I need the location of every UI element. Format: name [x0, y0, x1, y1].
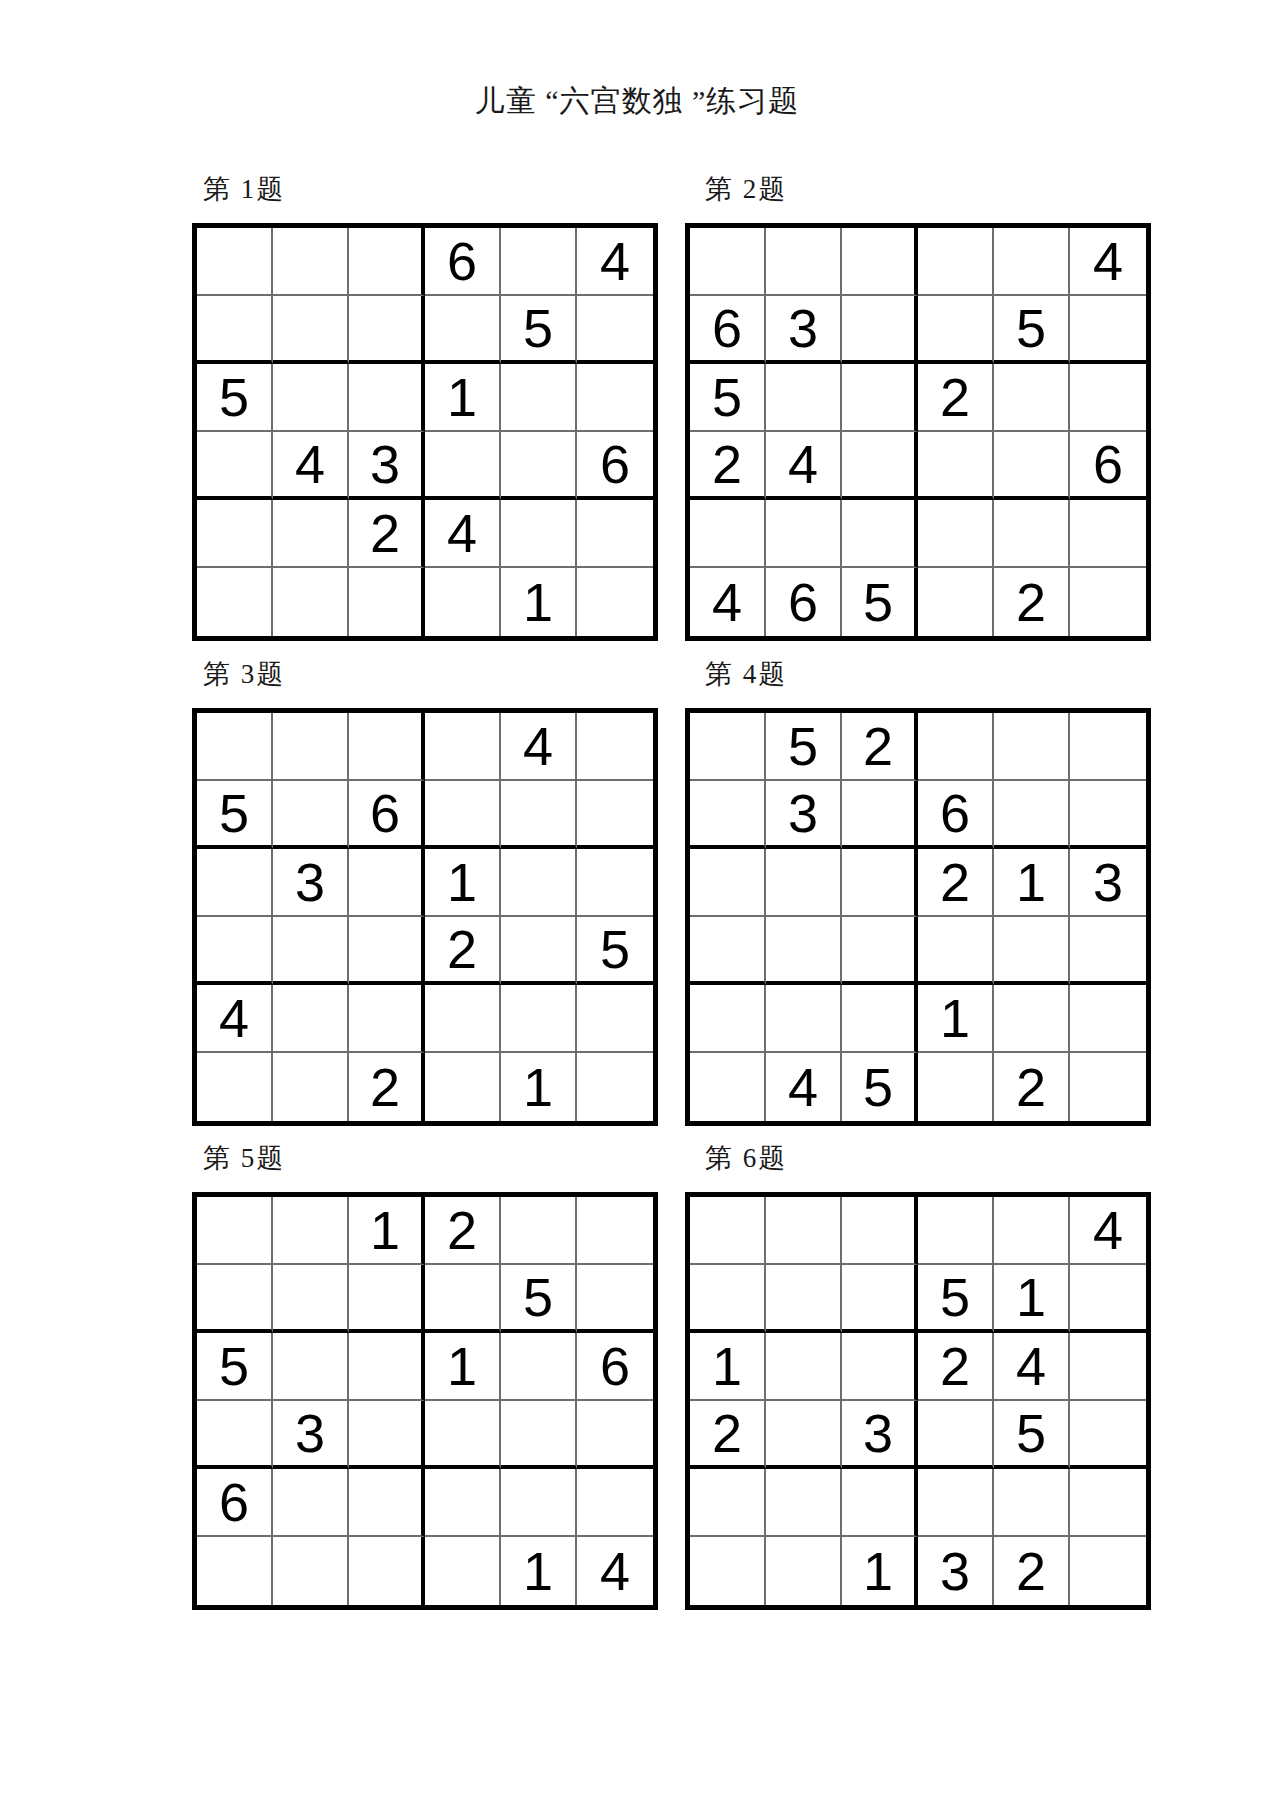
- sudoku-given-cell: 2: [994, 568, 1070, 636]
- sudoku-empty-cell[interactable]: [690, 1265, 766, 1333]
- sudoku-empty-cell[interactable]: [690, 985, 766, 1053]
- sudoku-empty-cell[interactable]: [501, 1333, 577, 1401]
- sudoku-given-cell: 5: [766, 713, 842, 781]
- sudoku-given-cell: 6: [766, 568, 842, 636]
- sudoku-empty-cell[interactable]: [842, 849, 918, 917]
- worksheet-page: 儿童 “六宫数独 ”练习题 第 1题 64551436241 第 2题 4635…: [0, 0, 1274, 1804]
- sudoku-empty-cell[interactable]: [501, 364, 577, 432]
- sudoku-given-cell: 1: [425, 849, 501, 917]
- sudoku-empty-cell[interactable]: [577, 568, 653, 636]
- sudoku-empty-cell[interactable]: [577, 1053, 653, 1121]
- sudoku-given-cell: 2: [994, 1053, 1070, 1121]
- sudoku-given-cell: 6: [425, 228, 501, 296]
- sudoku-empty-cell[interactable]: [994, 228, 1070, 296]
- puzzle-2-label: 第 2题: [685, 172, 1151, 223]
- sudoku-empty-cell[interactable]: [349, 568, 425, 636]
- sudoku-empty-cell[interactable]: [197, 1401, 273, 1469]
- sudoku-empty-cell[interactable]: [842, 1333, 918, 1401]
- sudoku-given-cell: 2: [842, 713, 918, 781]
- sudoku-empty-cell[interactable]: [577, 1401, 653, 1469]
- sudoku-given-cell: 1: [994, 849, 1070, 917]
- sudoku-given-cell: 1: [842, 1537, 918, 1605]
- puzzle-4-grid: 52362131452: [685, 708, 1151, 1126]
- sudoku-empty-cell[interactable]: [501, 500, 577, 568]
- sudoku-empty-cell[interactable]: [766, 1469, 842, 1537]
- sudoku-given-cell: 4: [501, 713, 577, 781]
- sudoku-empty-cell[interactable]: [842, 781, 918, 849]
- sudoku-empty-cell[interactable]: [1070, 917, 1146, 985]
- sudoku-empty-cell[interactable]: [1070, 1401, 1146, 1469]
- sudoku-given-cell: 2: [349, 500, 425, 568]
- sudoku-empty-cell[interactable]: [842, 364, 918, 432]
- sudoku-empty-cell[interactable]: [349, 1265, 425, 1333]
- sudoku-empty-cell[interactable]: [349, 1469, 425, 1537]
- sudoku-given-cell: 2: [690, 1401, 766, 1469]
- sudoku-given-cell: 2: [690, 432, 766, 500]
- sudoku-empty-cell[interactable]: [425, 1401, 501, 1469]
- sudoku-given-cell: 4: [577, 1537, 653, 1605]
- sudoku-empty-cell[interactable]: [425, 1469, 501, 1537]
- sudoku-empty-cell[interactable]: [349, 296, 425, 364]
- sudoku-given-cell: 6: [197, 1469, 273, 1537]
- sudoku-empty-cell[interactable]: [577, 296, 653, 364]
- sudoku-empty-cell[interactable]: [425, 985, 501, 1053]
- sudoku-empty-cell[interactable]: [690, 781, 766, 849]
- sudoku-empty-cell[interactable]: [918, 917, 994, 985]
- sudoku-empty-cell[interactable]: [918, 228, 994, 296]
- sudoku-empty-cell[interactable]: [994, 917, 1070, 985]
- sudoku-empty-cell[interactable]: [501, 1401, 577, 1469]
- sudoku-empty-cell[interactable]: [918, 1401, 994, 1469]
- sudoku-given-cell: 4: [1070, 1197, 1146, 1265]
- sudoku-empty-cell[interactable]: [273, 1333, 349, 1401]
- sudoku-empty-cell[interactable]: [577, 985, 653, 1053]
- sudoku-given-cell: 1: [994, 1265, 1070, 1333]
- sudoku-given-cell: 5: [994, 296, 1070, 364]
- sudoku-empty-cell[interactable]: [994, 713, 1070, 781]
- sudoku-empty-cell[interactable]: [918, 713, 994, 781]
- sudoku-empty-cell[interactable]: [197, 1053, 273, 1121]
- sudoku-empty-cell[interactable]: [197, 432, 273, 500]
- sudoku-empty-cell[interactable]: [501, 917, 577, 985]
- sudoku-empty-cell[interactable]: [273, 296, 349, 364]
- sudoku-empty-cell[interactable]: [197, 1197, 273, 1265]
- sudoku-empty-cell[interactable]: [425, 296, 501, 364]
- sudoku-given-cell: 2: [918, 364, 994, 432]
- sudoku-empty-cell[interactable]: [425, 781, 501, 849]
- puzzle-1: 第 1题 64551436241: [192, 172, 658, 641]
- sudoku-empty-cell[interactable]: [577, 500, 653, 568]
- sudoku-given-cell: 5: [501, 1265, 577, 1333]
- puzzle-5: 第 5题 1255163614: [192, 1141, 658, 1610]
- sudoku-given-cell: 4: [1070, 228, 1146, 296]
- sudoku-empty-cell[interactable]: [273, 568, 349, 636]
- sudoku-empty-cell[interactable]: [197, 296, 273, 364]
- sudoku-empty-cell[interactable]: [918, 568, 994, 636]
- sudoku-given-cell: 5: [197, 364, 273, 432]
- sudoku-empty-cell[interactable]: [842, 1469, 918, 1537]
- sudoku-given-cell: 5: [842, 1053, 918, 1121]
- sudoku-empty-cell[interactable]: [577, 849, 653, 917]
- sudoku-given-cell: 5: [842, 568, 918, 636]
- sudoku-given-cell: 1: [501, 1537, 577, 1605]
- sudoku-empty-cell[interactable]: [1070, 1469, 1146, 1537]
- sudoku-empty-cell[interactable]: [1070, 985, 1146, 1053]
- sudoku-empty-cell[interactable]: [766, 364, 842, 432]
- sudoku-given-cell: 4: [690, 568, 766, 636]
- sudoku-given-cell: 5: [918, 1265, 994, 1333]
- sudoku-empty-cell[interactable]: [197, 849, 273, 917]
- sudoku-empty-cell[interactable]: [1070, 781, 1146, 849]
- sudoku-empty-cell[interactable]: [197, 1537, 273, 1605]
- puzzle-3-label: 第 3题: [192, 657, 658, 708]
- puzzle-2-grid: 4635522464652: [685, 223, 1151, 641]
- sudoku-empty-cell[interactable]: [501, 781, 577, 849]
- sudoku-empty-cell[interactable]: [994, 1469, 1070, 1537]
- sudoku-given-cell: 4: [766, 1053, 842, 1121]
- sudoku-given-cell: 4: [577, 228, 653, 296]
- sudoku-empty-cell[interactable]: [273, 917, 349, 985]
- sudoku-empty-cell[interactable]: [501, 228, 577, 296]
- sudoku-empty-cell[interactable]: [918, 432, 994, 500]
- sudoku-empty-cell[interactable]: [273, 228, 349, 296]
- sudoku-given-cell: 2: [349, 1053, 425, 1121]
- sudoku-empty-cell[interactable]: [842, 228, 918, 296]
- sudoku-empty-cell[interactable]: [1070, 1333, 1146, 1401]
- sudoku-given-cell: 6: [577, 1333, 653, 1401]
- sudoku-given-cell: 3: [1070, 849, 1146, 917]
- sudoku-given-cell: 3: [766, 296, 842, 364]
- sudoku-empty-cell[interactable]: [1070, 500, 1146, 568]
- sudoku-given-cell: 5: [577, 917, 653, 985]
- puzzle-4: 第 4题 52362131452: [685, 657, 1151, 1126]
- sudoku-empty-cell[interactable]: [197, 228, 273, 296]
- sudoku-empty-cell[interactable]: [273, 1537, 349, 1605]
- sudoku-empty-cell[interactable]: [918, 1053, 994, 1121]
- sudoku-empty-cell[interactable]: [766, 1537, 842, 1605]
- sudoku-empty-cell[interactable]: [349, 364, 425, 432]
- sudoku-empty-cell[interactable]: [1070, 713, 1146, 781]
- sudoku-empty-cell[interactable]: [273, 364, 349, 432]
- sudoku-empty-cell[interactable]: [1070, 1265, 1146, 1333]
- sudoku-empty-cell[interactable]: [349, 228, 425, 296]
- puzzle-1-grid: 64551436241: [192, 223, 658, 641]
- sudoku-empty-cell[interactable]: [690, 849, 766, 917]
- sudoku-empty-cell[interactable]: [501, 1197, 577, 1265]
- sudoku-empty-cell[interactable]: [501, 985, 577, 1053]
- sudoku-empty-cell[interactable]: [273, 1053, 349, 1121]
- sudoku-empty-cell[interactable]: [842, 1197, 918, 1265]
- sudoku-empty-cell[interactable]: [766, 917, 842, 985]
- sudoku-empty-cell[interactable]: [842, 917, 918, 985]
- sudoku-empty-cell[interactable]: [197, 568, 273, 636]
- sudoku-given-cell: 2: [425, 1197, 501, 1265]
- sudoku-empty-cell[interactable]: [425, 1537, 501, 1605]
- sudoku-given-cell: 4: [994, 1333, 1070, 1401]
- sudoku-empty-cell[interactable]: [425, 1265, 501, 1333]
- page-title: 儿童 “六宫数独 ”练习题: [0, 84, 1274, 118]
- sudoku-empty-cell[interactable]: [349, 713, 425, 781]
- sudoku-empty-cell[interactable]: [766, 1401, 842, 1469]
- sudoku-given-cell: 5: [994, 1401, 1070, 1469]
- sudoku-given-cell: 5: [501, 296, 577, 364]
- sudoku-empty-cell[interactable]: [690, 1469, 766, 1537]
- sudoku-empty-cell[interactable]: [197, 713, 273, 781]
- sudoku-given-cell: 3: [273, 1401, 349, 1469]
- sudoku-empty-cell[interactable]: [577, 364, 653, 432]
- sudoku-empty-cell[interactable]: [577, 713, 653, 781]
- sudoku-given-cell: 5: [197, 1333, 273, 1401]
- sudoku-empty-cell[interactable]: [349, 985, 425, 1053]
- sudoku-empty-cell[interactable]: [577, 1197, 653, 1265]
- sudoku-given-cell: 6: [690, 296, 766, 364]
- sudoku-empty-cell[interactable]: [197, 917, 273, 985]
- sudoku-empty-cell[interactable]: [842, 432, 918, 500]
- sudoku-empty-cell[interactable]: [994, 985, 1070, 1053]
- sudoku-given-cell: 1: [501, 1053, 577, 1121]
- sudoku-empty-cell[interactable]: [577, 1469, 653, 1537]
- sudoku-empty-cell[interactable]: [1070, 364, 1146, 432]
- sudoku-empty-cell[interactable]: [425, 432, 501, 500]
- sudoku-empty-cell[interactable]: [273, 713, 349, 781]
- sudoku-empty-cell[interactable]: [918, 500, 994, 568]
- puzzle-6-label: 第 6题: [685, 1141, 1151, 1192]
- sudoku-given-cell: 1: [425, 364, 501, 432]
- sudoku-empty-cell[interactable]: [766, 849, 842, 917]
- sudoku-empty-cell[interactable]: [994, 500, 1070, 568]
- sudoku-given-cell: 3: [918, 1537, 994, 1605]
- sudoku-empty-cell[interactable]: [349, 917, 425, 985]
- sudoku-empty-cell[interactable]: [766, 1265, 842, 1333]
- sudoku-empty-cell[interactable]: [842, 985, 918, 1053]
- sudoku-given-cell: 4: [766, 432, 842, 500]
- sudoku-given-cell: 2: [994, 1537, 1070, 1605]
- sudoku-given-cell: 4: [425, 500, 501, 568]
- sudoku-empty-cell[interactable]: [577, 781, 653, 849]
- sudoku-empty-cell[interactable]: [918, 1197, 994, 1265]
- sudoku-given-cell: 6: [918, 781, 994, 849]
- puzzle-1-label: 第 1题: [192, 172, 658, 223]
- sudoku-given-cell: 1: [918, 985, 994, 1053]
- sudoku-empty-cell[interactable]: [994, 432, 1070, 500]
- sudoku-empty-cell[interactable]: [842, 1265, 918, 1333]
- sudoku-empty-cell[interactable]: [766, 1197, 842, 1265]
- sudoku-given-cell: 2: [918, 849, 994, 917]
- sudoku-empty-cell[interactable]: [273, 500, 349, 568]
- sudoku-empty-cell[interactable]: [1070, 568, 1146, 636]
- puzzle-6: 第 6题 451124235132: [685, 1141, 1151, 1610]
- sudoku-empty-cell[interactable]: [690, 500, 766, 568]
- sudoku-empty-cell[interactable]: [842, 296, 918, 364]
- sudoku-empty-cell[interactable]: [425, 1053, 501, 1121]
- sudoku-given-cell: 6: [1070, 432, 1146, 500]
- sudoku-given-cell: 6: [349, 781, 425, 849]
- sudoku-empty-cell[interactable]: [577, 1265, 653, 1333]
- sudoku-empty-cell[interactable]: [1070, 1537, 1146, 1605]
- sudoku-given-cell: 4: [273, 432, 349, 500]
- puzzle-6-grid: 451124235132: [685, 1192, 1151, 1610]
- sudoku-empty-cell[interactable]: [197, 1265, 273, 1333]
- sudoku-given-cell: 1: [501, 568, 577, 636]
- sudoku-given-cell: 1: [690, 1333, 766, 1401]
- sudoku-empty-cell[interactable]: [766, 985, 842, 1053]
- sudoku-empty-cell[interactable]: [425, 568, 501, 636]
- sudoku-given-cell: 3: [766, 781, 842, 849]
- sudoku-given-cell: 2: [918, 1333, 994, 1401]
- sudoku-given-cell: 3: [349, 432, 425, 500]
- sudoku-empty-cell[interactable]: [273, 1197, 349, 1265]
- sudoku-empty-cell[interactable]: [273, 985, 349, 1053]
- sudoku-empty-cell[interactable]: [349, 849, 425, 917]
- sudoku-empty-cell[interactable]: [349, 1401, 425, 1469]
- sudoku-empty-cell[interactable]: [690, 713, 766, 781]
- sudoku-empty-cell[interactable]: [690, 228, 766, 296]
- sudoku-given-cell: 3: [842, 1401, 918, 1469]
- sudoku-empty-cell[interactable]: [842, 500, 918, 568]
- puzzle-3: 第 3题 4563125421: [192, 657, 658, 1126]
- sudoku-empty-cell[interactable]: [690, 1537, 766, 1605]
- puzzle-4-label: 第 4题: [685, 657, 1151, 708]
- puzzle-5-grid: 1255163614: [192, 1192, 658, 1610]
- sudoku-empty-cell[interactable]: [273, 1265, 349, 1333]
- sudoku-empty-cell[interactable]: [501, 432, 577, 500]
- sudoku-empty-cell[interactable]: [425, 713, 501, 781]
- sudoku-empty-cell[interactable]: [766, 1333, 842, 1401]
- sudoku-empty-cell[interactable]: [690, 917, 766, 985]
- sudoku-empty-cell[interactable]: [273, 781, 349, 849]
- sudoku-empty-cell[interactable]: [197, 500, 273, 568]
- sudoku-empty-cell[interactable]: [349, 1537, 425, 1605]
- sudoku-empty-cell[interactable]: [994, 781, 1070, 849]
- sudoku-empty-cell[interactable]: [273, 1469, 349, 1537]
- sudoku-empty-cell[interactable]: [994, 364, 1070, 432]
- sudoku-given-cell: 1: [425, 1333, 501, 1401]
- sudoku-given-cell: 4: [197, 985, 273, 1053]
- sudoku-empty-cell[interactable]: [690, 1053, 766, 1121]
- sudoku-given-cell: 2: [425, 917, 501, 985]
- sudoku-empty-cell[interactable]: [690, 1197, 766, 1265]
- puzzle-5-label: 第 5题: [192, 1141, 658, 1192]
- sudoku-empty-cell[interactable]: [994, 1197, 1070, 1265]
- sudoku-empty-cell[interactable]: [501, 1469, 577, 1537]
- puzzle-2: 第 2题 4635522464652: [685, 172, 1151, 641]
- sudoku-given-cell: 1: [349, 1197, 425, 1265]
- sudoku-empty-cell[interactable]: [918, 296, 994, 364]
- sudoku-empty-cell[interactable]: [501, 849, 577, 917]
- sudoku-given-cell: 3: [273, 849, 349, 917]
- sudoku-empty-cell[interactable]: [918, 1469, 994, 1537]
- sudoku-given-cell: 5: [197, 781, 273, 849]
- sudoku-empty-cell[interactable]: [1070, 1053, 1146, 1121]
- sudoku-empty-cell[interactable]: [766, 500, 842, 568]
- puzzle-3-grid: 4563125421: [192, 708, 658, 1126]
- sudoku-given-cell: 6: [577, 432, 653, 500]
- sudoku-empty-cell[interactable]: [766, 228, 842, 296]
- sudoku-empty-cell[interactable]: [349, 1333, 425, 1401]
- sudoku-empty-cell[interactable]: [1070, 296, 1146, 364]
- sudoku-given-cell: 5: [690, 364, 766, 432]
